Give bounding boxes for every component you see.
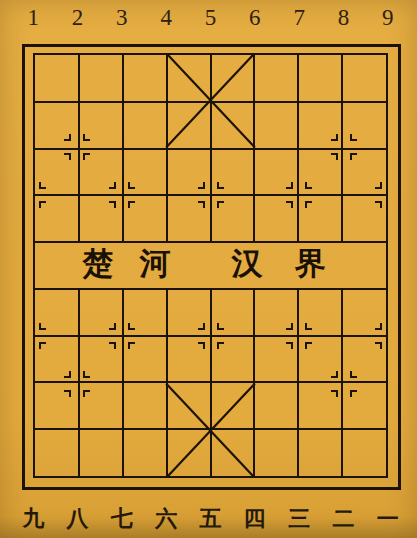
board-cell[interactable] — [79, 336, 123, 383]
board-cell[interactable] — [211, 336, 255, 383]
board-cell[interactable] — [342, 336, 386, 383]
file-label-bottom-2: 八 — [55, 503, 99, 533]
board-cell[interactable] — [211, 289, 255, 336]
board-cell[interactable] — [123, 55, 167, 102]
file-label-bottom-7: 三 — [277, 503, 321, 533]
file-label-top-6: 6 — [233, 3, 277, 33]
board-cell[interactable] — [123, 336, 167, 383]
board-cell[interactable] — [342, 102, 386, 149]
file-label-top-5: 5 — [188, 3, 232, 33]
file-label-top-7: 7 — [277, 3, 321, 33]
board-cell[interactable] — [342, 382, 386, 429]
board-cell[interactable] — [79, 149, 123, 196]
file-label-top-8: 8 — [321, 3, 365, 33]
board-cell[interactable] — [298, 289, 342, 336]
board-cell[interactable] — [79, 102, 123, 149]
board-cell[interactable] — [167, 336, 211, 383]
board-cell[interactable] — [211, 149, 255, 196]
board-cell[interactable] — [254, 336, 298, 383]
file-label-bottom-9: 一 — [366, 503, 410, 533]
board-cell[interactable] — [342, 195, 386, 242]
board-cell[interactable] — [342, 289, 386, 336]
board-cell[interactable] — [79, 195, 123, 242]
board-cell[interactable] — [167, 55, 211, 102]
board-cell[interactable] — [123, 289, 167, 336]
board-cell[interactable] — [35, 102, 79, 149]
board-cell[interactable] — [298, 102, 342, 149]
board-cell[interactable] — [254, 102, 298, 149]
bottom-file-labels: 九八七六五四三二一 — [11, 503, 410, 533]
top-file-labels: 123456789 — [11, 3, 410, 33]
board-cell[interactable] — [167, 429, 211, 476]
board-cell[interactable] — [342, 242, 386, 289]
board-cell[interactable] — [254, 55, 298, 102]
board-cell[interactable] — [254, 289, 298, 336]
board-cell[interactable] — [79, 289, 123, 336]
board-cell[interactable] — [342, 55, 386, 102]
board-cell[interactable] — [298, 336, 342, 383]
board-cell[interactable] — [211, 195, 255, 242]
board-cell[interactable] — [167, 382, 211, 429]
board-cell[interactable] — [254, 242, 298, 289]
board-cell[interactable] — [211, 382, 255, 429]
board-cell[interactable] — [298, 149, 342, 196]
board-cell[interactable] — [298, 55, 342, 102]
file-label-top-2: 2 — [55, 3, 99, 33]
board-cell[interactable] — [211, 55, 255, 102]
board-frame: 楚河汉界 — [22, 44, 401, 490]
board-cell[interactable] — [167, 149, 211, 196]
board-cell[interactable] — [298, 382, 342, 429]
file-label-top-1: 1 — [11, 3, 55, 33]
board-cell[interactable] — [342, 429, 386, 476]
file-label-bottom-1: 九 — [11, 503, 55, 533]
file-label-top-4: 4 — [144, 3, 188, 33]
board-cell[interactable] — [79, 55, 123, 102]
board-cell[interactable] — [123, 242, 167, 289]
board-cell[interactable] — [35, 195, 79, 242]
board-cell[interactable] — [167, 195, 211, 242]
board-cell[interactable] — [35, 336, 79, 383]
file-label-bottom-3: 七 — [100, 503, 144, 533]
file-label-bottom-6: 四 — [233, 503, 277, 533]
board-cell[interactable] — [79, 429, 123, 476]
board-cell[interactable] — [211, 102, 255, 149]
xiangqi-board[interactable]: 楚河汉界 — [33, 53, 388, 478]
board-cell[interactable] — [35, 242, 79, 289]
board-cell[interactable] — [167, 289, 211, 336]
file-label-bottom-4: 六 — [144, 503, 188, 533]
file-label-bottom-8: 二 — [321, 503, 365, 533]
board-cell[interactable] — [79, 382, 123, 429]
board-cell[interactable] — [35, 382, 79, 429]
board-cell[interactable] — [123, 382, 167, 429]
board-cell[interactable] — [254, 382, 298, 429]
board-cell[interactable] — [35, 289, 79, 336]
board-cell[interactable] — [254, 149, 298, 196]
board-cell[interactable] — [167, 102, 211, 149]
board-cell[interactable] — [35, 149, 79, 196]
board-cell[interactable] — [123, 102, 167, 149]
board-cell[interactable] — [211, 242, 255, 289]
board-cell[interactable] — [123, 195, 167, 242]
board-cell[interactable] — [298, 195, 342, 242]
file-label-bottom-5: 五 — [188, 503, 232, 533]
board-cell[interactable] — [254, 429, 298, 476]
board-cell[interactable] — [123, 149, 167, 196]
board-cell[interactable] — [211, 429, 255, 476]
board-cell[interactable] — [167, 242, 211, 289]
board-cell[interactable] — [298, 242, 342, 289]
board-cell[interactable] — [298, 429, 342, 476]
board-cell[interactable] — [35, 429, 79, 476]
file-label-top-3: 3 — [100, 3, 144, 33]
board-cell[interactable] — [123, 429, 167, 476]
board-cell[interactable] — [254, 195, 298, 242]
xiangqi-diagram: 123456789 楚河汉界 九八七六五四三二一 — [0, 0, 417, 538]
board-cell[interactable] — [79, 242, 123, 289]
board-cell[interactable] — [342, 149, 386, 196]
file-label-top-9: 9 — [366, 3, 410, 33]
board-cell[interactable] — [35, 55, 79, 102]
